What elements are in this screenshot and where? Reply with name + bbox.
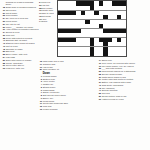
black-cell <box>90 47 94 51</box>
grid-cell[interactable] <box>108 33 112 37</box>
grid-cell[interactable] <box>121 42 125 46</box>
grid-cell[interactable] <box>67 33 71 37</box>
grid-cell[interactable] <box>63 6 67 10</box>
grid-cell[interactable] <box>112 6 116 10</box>
grid-cell[interactable] <box>94 38 98 42</box>
black-cell <box>63 38 67 42</box>
clue-column-across-2-top: 64 Long era 66 Hair tint 68 Pod veggie 7… <box>38 1 56 57</box>
black-cell <box>76 29 80 33</box>
grid-cell[interactable] <box>58 6 62 10</box>
grid-cell[interactable] <box>85 38 89 42</box>
clue-text: Fender blemish <box>43 108 96 110</box>
grid-cell[interactable] <box>112 33 116 37</box>
clue-item: 81 Gaze dreamily at <box>38 68 96 70</box>
black-cell <box>90 6 94 10</box>
grid-cell[interactable] <box>72 47 76 51</box>
grid-cell[interactable] <box>94 1 98 5</box>
grid-cell[interactable] <box>67 20 71 24</box>
black-cell <box>72 11 76 15</box>
grid-cell[interactable] <box>94 33 98 37</box>
black-cell <box>72 38 76 42</box>
grid-cell[interactable] <box>108 20 112 24</box>
grid-cell[interactable] <box>76 33 80 37</box>
grid-cell[interactable] <box>63 42 67 46</box>
clue-list: heading on a ship's compass, briefly 18 … <box>1 1 39 69</box>
clue-number: 13 <box>38 108 42 110</box>
grid-cell[interactable] <box>99 11 103 15</box>
black-cell <box>85 1 89 5</box>
grid-cell[interactable] <box>117 11 121 15</box>
grid-cell[interactable] <box>72 24 76 28</box>
black-cell <box>67 11 71 15</box>
crossword-grid[interactable] <box>57 0 127 57</box>
grid-cell[interactable] <box>58 33 62 37</box>
grid-cell[interactable] <box>108 42 112 46</box>
down-section-heading: Down <box>43 72 96 74</box>
grid-cell[interactable] <box>81 42 85 46</box>
grid-cell[interactable] <box>108 24 112 28</box>
black-cell <box>103 15 107 19</box>
grid-cell[interactable] <box>112 15 116 19</box>
grid-cell[interactable] <box>63 20 67 24</box>
grid-cell[interactable] <box>85 47 89 51</box>
grid-cell[interactable] <box>94 51 98 55</box>
grid-cell[interactable] <box>121 47 125 51</box>
clue-item: 13 Fender blemish <box>38 108 96 110</box>
grid-cell[interactable] <box>72 1 76 5</box>
grid-cell[interactable] <box>76 51 80 55</box>
black-cell <box>108 29 112 33</box>
black-cell <box>90 38 94 42</box>
clue-text: Fuss over, with "on" <box>6 67 39 69</box>
grid-cell[interactable] <box>58 47 62 51</box>
grid-cell[interactable] <box>117 6 121 10</box>
black-cell <box>121 29 125 33</box>
black-cell <box>103 51 107 55</box>
grid-cell[interactable] <box>108 6 112 10</box>
black-cell <box>58 29 62 33</box>
grid-cell[interactable] <box>108 1 112 5</box>
grid-cell[interactable] <box>67 47 71 51</box>
grid-cell[interactable] <box>99 42 103 46</box>
clue-text: heading on a ship's compass, briefly <box>6 1 39 6</box>
grid-cell[interactable] <box>72 51 76 55</box>
grid-cell[interactable] <box>121 15 125 19</box>
grid-cell[interactable] <box>90 15 94 19</box>
grid-cell[interactable] <box>58 24 62 28</box>
grid-cell[interactable] <box>94 29 98 33</box>
grid-cell[interactable] <box>76 15 80 19</box>
grid-cell[interactable] <box>76 47 80 51</box>
grid-cell[interactable] <box>117 51 121 55</box>
black-cell <box>108 38 112 42</box>
grid-cell[interactable] <box>94 20 98 24</box>
black-cell <box>90 42 94 46</box>
grid-cell[interactable] <box>103 33 107 37</box>
grid-cell[interactable] <box>121 6 125 10</box>
grid-cell[interactable] <box>67 15 71 19</box>
grid-cell[interactable] <box>81 24 85 28</box>
black-cell <box>103 42 107 46</box>
clue-number: 60 <box>97 98 101 100</box>
grid-cell[interactable] <box>63 47 67 51</box>
grid-cell[interactable] <box>121 20 125 24</box>
grid-cell[interactable] <box>121 24 125 28</box>
grid-cell[interactable] <box>81 20 85 24</box>
grid-cell[interactable] <box>117 24 121 28</box>
grid-cell[interactable] <box>103 11 107 15</box>
black-cell <box>117 15 121 19</box>
black-cell <box>117 38 121 42</box>
grid-cell[interactable] <box>81 51 85 55</box>
black-cell <box>112 29 116 33</box>
clue-column-across-1: heading on a ship's compass, briefly 18 … <box>1 1 39 141</box>
grid-cell[interactable] <box>117 42 121 46</box>
grid-cell[interactable] <box>103 24 107 28</box>
clue-column-down-3: 14 Ship's pole 16 Cozy room, for relaxin… <box>97 59 150 139</box>
black-cell <box>117 29 121 33</box>
grid-cell[interactable] <box>85 6 89 10</box>
clue-list: 75 Lawn base laid in rolls 77 Tehran's l… <box>38 60 96 71</box>
clue-item: 74 Dined <box>38 20 56 22</box>
grid-cell[interactable] <box>112 38 116 42</box>
grid-cell[interactable] <box>72 20 76 24</box>
grid-cell[interactable] <box>94 24 98 28</box>
clue-list: 14 Ship's pole 16 Cozy room, for relaxin… <box>97 59 150 100</box>
black-cell <box>67 29 71 33</box>
grid-cell[interactable] <box>99 29 103 33</box>
grid-cell[interactable] <box>76 11 80 15</box>
grid-cell[interactable] <box>117 33 121 37</box>
black-cell <box>85 20 89 24</box>
clue-text: Gaze dreamily at <box>43 68 96 70</box>
grid-cell[interactable] <box>76 6 80 10</box>
grid-cell[interactable] <box>108 51 112 55</box>
black-cell <box>121 1 125 5</box>
grid-cell[interactable] <box>85 51 89 55</box>
grid-cell[interactable] <box>72 15 76 19</box>
grid-cell[interactable] <box>121 11 125 15</box>
grid-cell[interactable] <box>94 47 98 51</box>
grid-cell[interactable] <box>99 6 103 10</box>
grid-cell[interactable] <box>63 33 67 37</box>
clue-list: 1 Fencing sword 2 Skater's leap 3 Apple … <box>38 75 96 111</box>
grid-cell[interactable] <box>81 15 85 19</box>
clue-column-2-bottom: 75 Lawn base laid in rolls 77 Tehran's l… <box>38 60 96 138</box>
grid-cell[interactable] <box>81 47 85 51</box>
grid-cell[interactable] <box>90 33 94 37</box>
black-cell <box>81 11 85 15</box>
grid-cell[interactable] <box>99 47 103 51</box>
black-cell <box>90 1 94 5</box>
black-cell <box>58 11 62 15</box>
grid-cell[interactable] <box>63 51 67 55</box>
black-cell <box>99 24 103 28</box>
grid-cell[interactable] <box>112 11 116 15</box>
grid-cell[interactable] <box>103 1 107 5</box>
grid-cell[interactable] <box>121 33 125 37</box>
grid-cell[interactable] <box>94 6 98 10</box>
black-cell <box>72 29 76 33</box>
grid-cell[interactable] <box>85 15 89 19</box>
grid-cell[interactable] <box>117 47 121 51</box>
grid-cell[interactable] <box>63 24 67 28</box>
grid-cell[interactable] <box>90 11 94 15</box>
grid-cell[interactable] <box>112 51 116 55</box>
grid-cell[interactable] <box>67 24 71 28</box>
black-cell <box>99 38 103 42</box>
grid-cell[interactable] <box>67 51 71 55</box>
grid-cell[interactable] <box>103 6 107 10</box>
grid-cell[interactable] <box>103 20 107 24</box>
black-cell <box>103 29 107 33</box>
grid-cell[interactable] <box>94 42 98 46</box>
grid-cell[interactable] <box>99 51 103 55</box>
black-cell <box>103 47 107 51</box>
clue-item: 60 Historic period of years <box>97 98 150 100</box>
clue-text: Dined <box>42 20 56 22</box>
grid-cell[interactable] <box>99 15 103 19</box>
grid-cell[interactable] <box>108 15 112 19</box>
grid-cell[interactable] <box>76 20 80 24</box>
grid-cell[interactable] <box>58 42 62 46</box>
black-cell <box>117 1 121 5</box>
black-cell <box>81 1 85 5</box>
clue-list: 64 Long era 66 Hair tint 68 Pod veggie 7… <box>38 1 56 23</box>
black-cell <box>58 38 62 42</box>
grid-cell[interactable] <box>67 42 71 46</box>
grid-cell[interactable] <box>112 24 116 28</box>
black-cell <box>94 11 98 15</box>
clue-item: heading on a ship's compass, briefly <box>1 1 39 6</box>
black-cell <box>103 38 107 42</box>
black-cell <box>76 1 80 5</box>
grid-cell[interactable] <box>99 33 103 37</box>
grid-cell[interactable] <box>67 1 71 5</box>
grid-cell[interactable] <box>85 42 89 46</box>
grid-cell[interactable] <box>81 29 85 33</box>
grid-cell[interactable] <box>90 24 94 28</box>
grid-cell[interactable] <box>81 6 85 10</box>
grid-cell[interactable] <box>90 29 94 33</box>
grid-cell[interactable] <box>58 20 62 24</box>
grid-cell[interactable] <box>58 1 62 5</box>
clue-number: 81 <box>38 68 42 70</box>
clue-item: 63 Fuss over, with "on" <box>1 67 39 69</box>
grid-cell[interactable] <box>94 15 98 19</box>
black-cell <box>67 38 71 42</box>
clue-text: Historic period of years <box>102 98 150 100</box>
grid-cell[interactable] <box>72 6 76 10</box>
grid-cell[interactable] <box>81 33 85 37</box>
black-cell <box>63 11 67 15</box>
grid-cell[interactable] <box>81 38 85 42</box>
grid-cell[interactable] <box>85 29 89 33</box>
grid-cell[interactable] <box>63 1 67 5</box>
grid-cell[interactable] <box>63 15 67 19</box>
grid-cell[interactable] <box>72 42 76 46</box>
grid-cell[interactable] <box>67 6 71 10</box>
grid-cell[interactable] <box>117 20 121 24</box>
grid-cell[interactable] <box>85 11 89 15</box>
grid-cell[interactable] <box>108 11 112 15</box>
grid-cell[interactable] <box>90 20 94 24</box>
grid-cell[interactable] <box>85 24 89 28</box>
grid-cell[interactable] <box>58 51 62 55</box>
black-cell <box>90 51 94 55</box>
clue-number: 63 <box>1 67 5 69</box>
clue-number <box>1 1 5 6</box>
grid-cell[interactable] <box>112 20 116 24</box>
black-cell <box>63 29 67 33</box>
grid-cell[interactable] <box>99 20 103 24</box>
black-cell <box>112 1 116 5</box>
grid-cell[interactable] <box>112 42 116 46</box>
grid-cell[interactable] <box>76 42 80 46</box>
grid-cell[interactable] <box>76 38 80 42</box>
grid-cell[interactable] <box>108 47 112 51</box>
grid-cell[interactable] <box>121 51 125 55</box>
grid-cell[interactable] <box>85 33 89 37</box>
grid-cell[interactable] <box>72 33 76 37</box>
grid-cell[interactable] <box>112 47 116 51</box>
grid-cell[interactable] <box>76 24 80 28</box>
grid-cell[interactable] <box>58 15 62 19</box>
grid-cell[interactable] <box>121 38 125 42</box>
black-cell <box>99 1 103 5</box>
